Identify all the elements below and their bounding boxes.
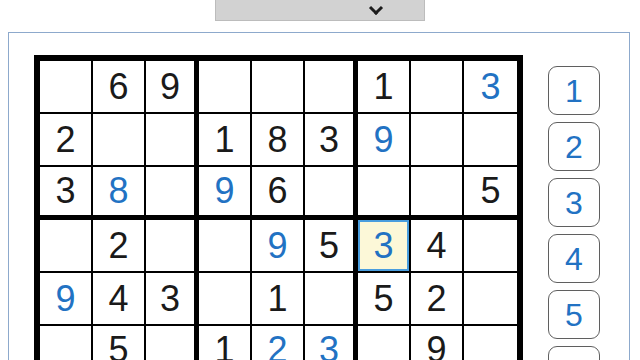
sudoku-cell[interactable]	[199, 61, 252, 114]
sudoku-cell[interactable]: 2	[252, 326, 305, 360]
board-row: 51239	[40, 326, 517, 360]
sudoku-cell[interactable]	[40, 61, 93, 114]
sudoku-cell[interactable]	[146, 326, 199, 360]
sudoku-cell[interactable]	[40, 220, 93, 273]
sudoku-cell[interactable]: 9	[358, 114, 411, 167]
sudoku-cell[interactable]: 5	[464, 167, 517, 220]
game-panel: 691321839389652953494315251239 123456789	[8, 32, 630, 360]
board-row: 21839	[40, 114, 517, 167]
sudoku-cell[interactable]	[411, 114, 464, 167]
sudoku-cell[interactable]: 2	[93, 220, 146, 273]
board-row: 29534	[40, 220, 517, 273]
sudoku-cell[interactable]: 1	[199, 326, 252, 360]
sudoku-cell[interactable]: 8	[93, 167, 146, 220]
numpad-button-3[interactable]: 3	[548, 178, 600, 227]
sudoku-cell[interactable]	[146, 114, 199, 167]
sudoku-cell[interactable]	[305, 273, 358, 326]
sudoku-cell[interactable]: 9	[146, 61, 199, 114]
sudoku-cell[interactable]	[146, 167, 199, 220]
sudoku-cell[interactable]: 3	[464, 61, 517, 114]
sudoku-cell[interactable]: 3	[40, 167, 93, 220]
sudoku-cell[interactable]: 2	[40, 114, 93, 167]
sudoku-cell[interactable]	[40, 326, 93, 360]
board-row: 6913	[40, 61, 517, 114]
sudoku-cell-selected[interactable]: 3	[358, 220, 411, 273]
numpad-button-5[interactable]: 5	[548, 290, 600, 339]
sudoku-cell[interactable]: 1	[199, 114, 252, 167]
sudoku-cell[interactable]	[199, 273, 252, 326]
chevron-down-icon	[371, 3, 381, 13]
sudoku-cell[interactable]	[464, 114, 517, 167]
board-row: 943152	[40, 273, 517, 326]
sudoku-cell[interactable]	[252, 61, 305, 114]
sudoku-cell[interactable]	[305, 61, 358, 114]
sudoku-cell[interactable]	[358, 167, 411, 220]
sudoku-cell[interactable]	[464, 326, 517, 360]
sudoku-cell[interactable]: 2	[411, 273, 464, 326]
numpad-button-2[interactable]: 2	[548, 122, 600, 171]
sudoku-cell[interactable]: 9	[40, 273, 93, 326]
sudoku-cell[interactable]: 5	[358, 273, 411, 326]
sudoku-cell[interactable]	[411, 61, 464, 114]
sudoku-cell[interactable]: 9	[199, 167, 252, 220]
sudoku-cell[interactable]: 5	[93, 326, 146, 360]
sudoku-cell[interactable]	[199, 220, 252, 273]
sudoku-cell[interactable]: 6	[252, 167, 305, 220]
board-row: 38965	[40, 167, 517, 220]
sudoku-cell[interactable]: 8	[252, 114, 305, 167]
sudoku-cell[interactable]	[411, 167, 464, 220]
sudoku-cell[interactable]: 6	[93, 61, 146, 114]
sudoku-cell[interactable]: 1	[252, 273, 305, 326]
sudoku-cell[interactable]: 3	[146, 273, 199, 326]
numpad-button-1[interactable]: 1	[548, 66, 600, 115]
sudoku-app: 691321839389652953494315251239 123456789	[0, 0, 640, 360]
sudoku-cell[interactable]: 3	[305, 114, 358, 167]
sudoku-cell[interactable]	[464, 220, 517, 273]
sudoku-cell[interactable]: 3	[305, 326, 358, 360]
numpad-button-4[interactable]: 4	[548, 234, 600, 283]
sudoku-cell[interactable]	[358, 326, 411, 360]
sudoku-cell[interactable]: 1	[358, 61, 411, 114]
sudoku-cell[interactable]: 5	[305, 220, 358, 273]
sudoku-cell[interactable]: 4	[93, 273, 146, 326]
numpad: 123456789	[548, 66, 602, 360]
numpad-button-6[interactable]: 6	[548, 346, 600, 360]
sudoku-cell[interactable]	[93, 114, 146, 167]
sudoku-cell[interactable]	[305, 167, 358, 220]
sudoku-cell[interactable]: 9	[252, 220, 305, 273]
sudoku-board: 691321839389652953494315251239	[34, 55, 523, 360]
sudoku-cell[interactable]: 4	[411, 220, 464, 273]
sudoku-cell[interactable]: 9	[411, 326, 464, 360]
puzzle-select-dropdown[interactable]	[215, 0, 425, 21]
sudoku-cell[interactable]	[146, 220, 199, 273]
sudoku-cell[interactable]	[464, 273, 517, 326]
